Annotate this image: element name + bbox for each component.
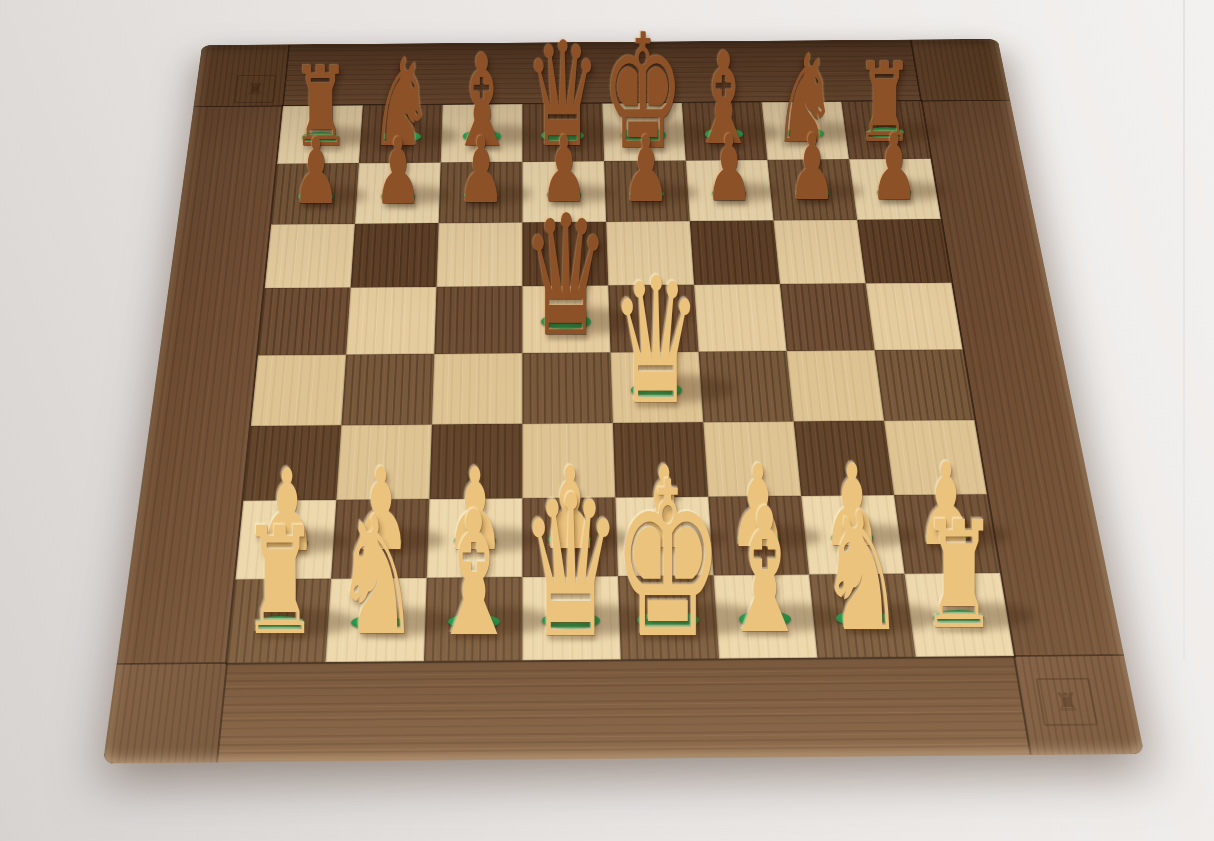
square-e2 bbox=[615, 497, 713, 576]
square-f3 bbox=[703, 421, 801, 496]
square-g8 bbox=[762, 102, 849, 160]
square-d3 bbox=[522, 423, 615, 498]
frame-corner-block-top-right bbox=[911, 39, 1010, 101]
square-e8 bbox=[602, 103, 686, 161]
square-g4 bbox=[787, 350, 884, 421]
frame-rail-top bbox=[194, 39, 1011, 107]
square-e5 bbox=[608, 285, 698, 353]
square-a6 bbox=[265, 224, 355, 288]
board-grid bbox=[227, 101, 1014, 663]
square-c8 bbox=[441, 104, 523, 162]
square-b1 bbox=[325, 578, 426, 662]
square-e7 bbox=[604, 161, 690, 222]
square-g7 bbox=[767, 159, 857, 220]
frame-corner-block-bottom-left bbox=[103, 663, 227, 763]
square-c5 bbox=[434, 286, 522, 354]
square-a3 bbox=[243, 425, 341, 500]
square-h6 bbox=[857, 219, 951, 283]
square-f5 bbox=[694, 284, 787, 352]
square-f2 bbox=[708, 496, 809, 575]
square-b4 bbox=[341, 354, 434, 425]
square-b3 bbox=[336, 425, 432, 500]
square-e6 bbox=[606, 221, 694, 285]
square-d2 bbox=[522, 497, 618, 577]
square-h2 bbox=[894, 494, 1000, 573]
square-a2 bbox=[235, 500, 336, 580]
square-d7 bbox=[522, 161, 606, 222]
square-h7 bbox=[849, 159, 941, 220]
square-c1 bbox=[424, 577, 522, 661]
square-a1 bbox=[227, 579, 331, 663]
frame-rail-bottom bbox=[103, 655, 1144, 763]
square-c2 bbox=[427, 498, 523, 578]
square-g2 bbox=[801, 495, 904, 574]
square-g1 bbox=[809, 574, 916, 658]
square-f6 bbox=[690, 220, 780, 284]
square-a4 bbox=[251, 355, 346, 426]
square-b8 bbox=[359, 105, 443, 163]
square-a8 bbox=[277, 105, 363, 163]
square-f8 bbox=[682, 102, 768, 160]
square-b6 bbox=[351, 223, 439, 287]
square-g5 bbox=[780, 283, 875, 351]
square-a7 bbox=[271, 163, 359, 224]
square-h1 bbox=[905, 573, 1014, 657]
maker-stamp-icon: ♜ bbox=[1036, 678, 1099, 726]
square-b2 bbox=[331, 499, 429, 579]
square-b5 bbox=[346, 287, 436, 355]
square-c7 bbox=[439, 162, 523, 223]
square-h5 bbox=[866, 283, 963, 351]
square-e4 bbox=[611, 352, 704, 423]
square-h8 bbox=[841, 101, 930, 159]
square-d1 bbox=[522, 576, 620, 660]
square-f7 bbox=[686, 160, 774, 221]
square-h3 bbox=[884, 420, 987, 495]
chess-board: ♜ ♜ bbox=[103, 39, 1144, 764]
square-d5 bbox=[522, 285, 610, 353]
square-b7 bbox=[355, 163, 441, 224]
square-d6 bbox=[522, 222, 608, 286]
square-d8 bbox=[522, 103, 604, 161]
maker-stamp-icon: ♜ bbox=[234, 75, 277, 103]
square-f1 bbox=[714, 575, 818, 659]
square-e3 bbox=[613, 422, 708, 497]
square-a5 bbox=[258, 288, 351, 356]
square-g3 bbox=[794, 421, 894, 496]
square-c6 bbox=[437, 222, 523, 286]
studio-scene: ♜ ♜ ♜♞♝♛♚♝♞♜♟♟♟♟♟♟♟♟♛♛♟♟♟♟♟♟♟♟♜♞♝♛♚♝♞♜ bbox=[0, 0, 1214, 841]
backdrop-seam bbox=[1183, 0, 1185, 660]
square-g6 bbox=[774, 220, 866, 284]
square-e1 bbox=[618, 575, 719, 659]
square-c4 bbox=[432, 353, 523, 424]
square-f4 bbox=[699, 351, 794, 422]
square-d4 bbox=[522, 352, 612, 423]
square-h4 bbox=[875, 349, 975, 420]
square-c3 bbox=[429, 424, 522, 499]
